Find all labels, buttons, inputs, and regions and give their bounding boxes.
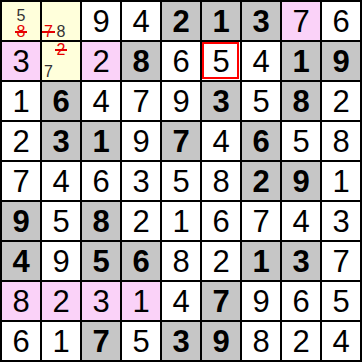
cell-r9c3[interactable]: 7 [82,322,120,360]
cell-r1c9[interactable]: 6 [322,2,360,40]
cell-digit: 7 [92,326,109,357]
cell-r2c9[interactable]: 9 [322,42,360,80]
cell-digit: 6 [252,126,269,157]
cell-digit: 7 [292,6,309,37]
cell-digit: 9 [12,206,29,237]
cell-digit: 2 [212,246,229,277]
cell-r5c7[interactable]: 2 [242,162,280,200]
cell-r8c5[interactable]: 4 [162,282,200,320]
cell-digit: 3 [12,46,29,77]
cell-r6c1[interactable]: 9 [2,202,40,240]
cell-digit: 2 [92,46,109,77]
cell-digit: 3 [92,286,109,317]
cell-r4c9[interactable]: 8 [322,122,360,160]
cell-digit: 4 [12,246,29,277]
cell-digit: 1 [12,86,29,117]
cell-digit: 7 [212,286,229,317]
selected-cell-r2c6[interactable]: 5 [202,42,240,80]
cell-r7c2[interactable]: 9 [42,242,80,280]
cell-r6c9[interactable]: 3 [322,202,360,240]
cell-digit: 4 [252,46,269,77]
cell-digit: 1 [92,126,109,157]
cell-digit: 7 [252,206,269,237]
cell-digit: 9 [252,286,269,317]
cell-digit: 2 [52,286,69,317]
cell-r1c2[interactable]: 78 [42,2,80,40]
cell-r8c9[interactable]: 5 [322,282,360,320]
cell-digit: 5 [332,286,349,317]
cell-digit: 4 [332,326,349,357]
cell-r4c1[interactable]: 2 [2,122,40,160]
cell-digit: 4 [212,126,229,157]
cell-r5c1[interactable]: 7 [2,162,40,200]
cell-r3c1[interactable]: 1 [2,82,40,120]
cell-digit: 8 [132,46,149,77]
cell-r4c4[interactable]: 9 [122,122,160,160]
cell-r9c7[interactable]: 8 [242,322,280,360]
cell-r7c7[interactable]: 1 [242,242,280,280]
candidate-2-struck: 2 [55,42,68,58]
cell-digit: 8 [292,86,309,117]
cell-digit: 6 [292,286,309,317]
cell-digit: 3 [132,166,149,197]
cell-r9c2[interactable]: 1 [42,322,80,360]
cell-digit: 9 [292,166,309,197]
cell-r5c4[interactable]: 3 [122,162,160,200]
cell-r6c8[interactable]: 4 [282,202,320,240]
cell-digit: 2 [332,86,349,117]
cell-r3c2[interactable]: 6 [42,82,80,120]
cell-r7c4[interactable]: 6 [122,242,160,280]
cell-digit: 1 [172,206,189,237]
candidate-8: 8 [55,24,68,40]
cell-r5c2[interactable]: 4 [42,162,80,200]
cell-r8c7[interactable]: 9 [242,282,280,320]
cell-digit: 2 [12,126,29,157]
cell-digit: 9 [212,326,229,357]
cell-r2c1[interactable]: 3 [2,42,40,80]
cell-digit: 8 [92,206,109,237]
cell-r2c4[interactable]: 8 [122,42,160,80]
cell-digit: 6 [212,206,229,237]
cell-digit: 6 [172,46,189,77]
cell-digit: 4 [92,86,109,117]
candidate-5: 5 [15,8,28,24]
pencil-marks: 58 [2,2,40,40]
cell-r3c3[interactable]: 4 [82,82,120,120]
cell-r3c6[interactable]: 3 [202,82,240,120]
cell-digit: 9 [92,6,109,37]
cell-r6c3[interactable]: 8 [82,202,120,240]
cell-digit: 1 [52,326,69,357]
candidate-7: 7 [42,64,55,80]
cell-r9c6[interactable]: 9 [202,322,240,360]
cell-digit: 5 [212,46,229,77]
cell-digit: 2 [252,166,269,197]
cell-digit: 4 [172,286,189,317]
cell-digit: 8 [212,166,229,197]
cell-r7c8[interactable]: 3 [282,242,320,280]
cell-digit: 7 [12,166,29,197]
cell-r2c7[interactable]: 4 [242,42,280,80]
cell-digit: 2 [172,6,189,37]
cell-digit: 5 [92,246,109,277]
cell-digit: 1 [132,286,149,317]
cell-r6c5[interactable]: 1 [162,202,200,240]
cell-digit: 5 [292,126,309,157]
cell-r4c7[interactable]: 6 [242,122,280,160]
cell-r6c2[interactable]: 5 [42,202,80,240]
candidate-8-struck: 8 [15,24,28,40]
cell-digit: 5 [132,326,149,357]
cell-r4c3[interactable]: 1 [82,122,120,160]
cell-digit: 8 [12,286,29,317]
cell-r5c6[interactable]: 8 [202,162,240,200]
cell-r7c1[interactable]: 4 [2,242,40,280]
cell-digit: 9 [132,126,149,157]
cell-digit: 2 [132,206,149,237]
cell-digit: 2 [292,326,309,357]
cell-digit: 1 [332,166,349,197]
cell-digit: 3 [332,206,349,237]
cell-r3c5[interactable]: 9 [162,82,200,120]
cell-r1c3[interactable]: 9 [82,2,120,40]
cell-digit: 6 [52,86,69,117]
cell-r7c3[interactable]: 5 [82,242,120,280]
cell-digit: 3 [52,126,69,157]
cell-r5c9[interactable]: 1 [322,162,360,200]
cell-r9c8[interactable]: 2 [282,322,320,360]
pencil-marks: 78 [42,2,80,40]
cell-r8c4[interactable]: 1 [122,282,160,320]
cell-digit: 6 [332,6,349,37]
cell-r4c6[interactable]: 4 [202,122,240,160]
cell-r7c5[interactable]: 8 [162,242,200,280]
cell-digit: 5 [52,206,69,237]
cell-digit: 8 [252,326,269,357]
cell-digit: 9 [332,46,349,77]
cell-r9c1[interactable]: 6 [2,322,40,360]
cell-digit: 4 [292,206,309,237]
cell-r5c5[interactable]: 5 [162,162,200,200]
cell-r3c4[interactable]: 7 [122,82,160,120]
cell-r8c2[interactable]: 2 [42,282,80,320]
cell-digit: 6 [132,246,149,277]
cell-r4c8[interactable]: 5 [282,122,320,160]
cell-r4c2[interactable]: 3 [42,122,80,160]
cell-r2c3[interactable]: 2 [82,42,120,80]
cell-digit: 3 [292,246,309,277]
cell-digit: 7 [132,86,149,117]
cell-r2c8[interactable]: 1 [282,42,320,80]
cell-digit: 4 [132,6,149,37]
cell-r3c9[interactable]: 2 [322,82,360,120]
cell-r4c5[interactable]: 7 [162,122,200,160]
cell-r9c9[interactable]: 4 [322,322,360,360]
cell-digit: 5 [172,166,189,197]
cell-r1c7[interactable]: 3 [242,2,280,40]
cell-r5c8[interactable]: 9 [282,162,320,200]
cell-r6c4[interactable]: 2 [122,202,160,240]
cell-r2c2[interactable]: 27 [42,42,80,80]
cell-r1c4[interactable]: 4 [122,2,160,40]
cell-digit: 9 [52,246,69,277]
cell-r8c1[interactable]: 8 [2,282,40,320]
cell-digit: 3 [172,326,189,357]
cell-digit: 8 [172,246,189,277]
cell-digit: 8 [332,126,349,157]
cell-r8c3[interactable]: 3 [82,282,120,320]
cell-r8c8[interactable]: 6 [282,282,320,320]
cell-r3c7[interactable]: 5 [242,82,280,120]
cell-r1c1[interactable]: 58 [2,2,40,40]
cell-digit: 9 [172,86,189,117]
cell-r7c9[interactable]: 7 [322,242,360,280]
cell-digit: 7 [332,246,349,277]
cell-digit: 6 [12,326,29,357]
cell-digit: 3 [212,86,229,117]
cell-r1c8[interactable]: 7 [282,2,320,40]
cell-r1c5[interactable]: 2 [162,2,200,40]
cell-digit: 7 [172,126,189,157]
cell-digit: 6 [92,166,109,197]
cell-digit: 4 [52,166,69,197]
cell-r9c4[interactable]: 5 [122,322,160,360]
cell-r1c6[interactable]: 1 [202,2,240,40]
cell-digit: 3 [252,6,269,37]
candidate-7-struck: 7 [42,24,55,40]
cell-r7c6[interactable]: 2 [202,242,240,280]
cell-r3c8[interactable]: 8 [282,82,320,120]
cell-digit: 1 [212,6,229,37]
cell-digit: 1 [292,46,309,77]
sudoku-board: 5878942137632728654191647935822319746587… [0,0,362,362]
pencil-marks: 27 [42,42,80,80]
cell-digit: 5 [252,86,269,117]
cell-r5c3[interactable]: 6 [82,162,120,200]
cell-r9c5[interactable]: 3 [162,322,200,360]
cell-r2c5[interactable]: 6 [162,42,200,80]
cell-r6c6[interactable]: 6 [202,202,240,240]
cell-r8c6[interactable]: 7 [202,282,240,320]
cell-r6c7[interactable]: 7 [242,202,280,240]
cell-digit: 1 [252,246,269,277]
